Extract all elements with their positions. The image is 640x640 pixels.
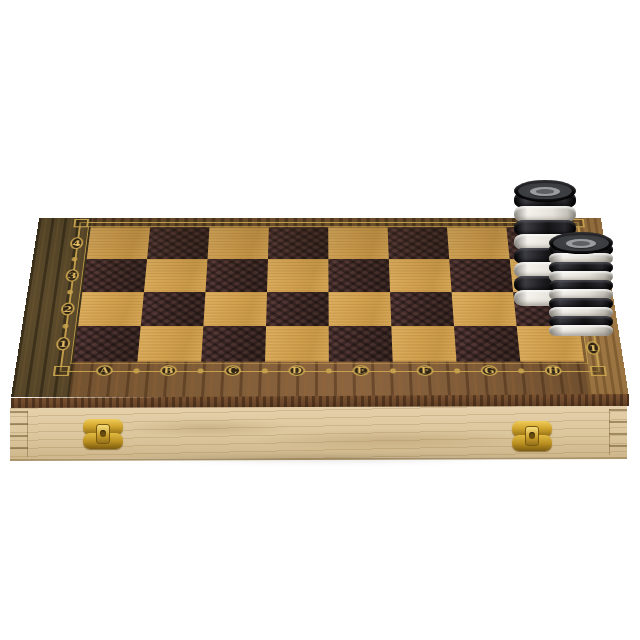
frame-corner-knot [73, 219, 89, 228]
frame-dot [198, 368, 204, 373]
checker-disc-white [549, 325, 613, 336]
product-photo-folding-chess-box: 4321ABCDEFGH1 [0, 0, 640, 640]
gold-frame-inner-line [70, 226, 588, 364]
frame-dot [390, 368, 396, 373]
frame-dot [262, 368, 268, 373]
file-label: F [416, 365, 433, 376]
file-label: H [544, 365, 562, 376]
finger-joints-left [10, 411, 28, 457]
checker-top-face [514, 180, 576, 202]
frame-dot [454, 368, 460, 373]
frame-dot [518, 368, 524, 373]
frame-dot [326, 368, 332, 373]
frame-corner-knot [590, 366, 607, 376]
file-label: E [352, 365, 369, 376]
file-label: D [288, 365, 305, 376]
ground-shadow [26, 455, 616, 467]
checker-front-stack [549, 232, 613, 336]
frame-corner-knot [53, 366, 70, 376]
frame-dot [133, 368, 139, 373]
finger-joints-right [609, 409, 627, 455]
brass-clasp-left [83, 419, 123, 449]
checker-top-face [549, 232, 613, 254]
file-label: G [480, 365, 498, 376]
brass-clasp-right [512, 421, 552, 451]
